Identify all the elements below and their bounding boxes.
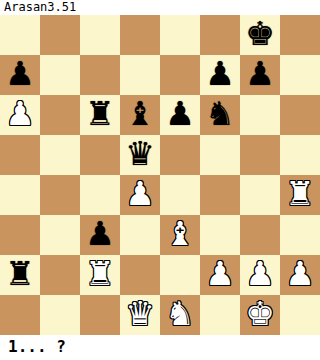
square-e6[interactable]: ♟	[160, 95, 200, 135]
black-queen[interactable]: ♛	[125, 135, 155, 174]
square-f4[interactable]	[200, 175, 240, 215]
square-a2[interactable]: ♜	[0, 255, 40, 295]
square-g2[interactable]: ♟	[240, 255, 280, 295]
square-h1[interactable]	[280, 295, 320, 335]
square-c4[interactable]	[80, 175, 120, 215]
black-pawn[interactable]: ♟	[245, 55, 275, 94]
square-h4[interactable]: ♜	[280, 175, 320, 215]
square-b8[interactable]	[40, 15, 80, 55]
square-g5[interactable]	[240, 135, 280, 175]
square-a4[interactable]	[0, 175, 40, 215]
square-a7[interactable]: ♟	[0, 55, 40, 95]
white-queen[interactable]: ♛	[125, 295, 155, 334]
white-pawn[interactable]: ♟	[205, 255, 235, 294]
square-a1[interactable]	[0, 295, 40, 335]
window-title: Arasan3.51	[0, 0, 320, 15]
black-pawn[interactable]: ♟	[205, 55, 235, 94]
square-e2[interactable]	[160, 255, 200, 295]
black-bishop[interactable]: ♝	[125, 95, 155, 134]
square-h6[interactable]	[280, 95, 320, 135]
square-g7[interactable]: ♟	[240, 55, 280, 95]
white-rook[interactable]: ♜	[285, 175, 315, 214]
white-pawn[interactable]: ♟	[125, 175, 155, 214]
square-c7[interactable]	[80, 55, 120, 95]
square-f8[interactable]	[200, 15, 240, 55]
white-knight[interactable]: ♞	[165, 295, 195, 334]
square-c1[interactable]	[80, 295, 120, 335]
square-b5[interactable]	[40, 135, 80, 175]
chess-board: ♚♟♟♟♟♜♝♟♞♛♟♜♟♝♜♜♟♟♟♛♞♚	[0, 15, 320, 335]
square-b3[interactable]	[40, 215, 80, 255]
square-e5[interactable]	[160, 135, 200, 175]
square-d2[interactable]	[120, 255, 160, 295]
square-c5[interactable]	[80, 135, 120, 175]
black-king[interactable]: ♚	[245, 15, 275, 54]
square-g4[interactable]	[240, 175, 280, 215]
square-e3[interactable]: ♝	[160, 215, 200, 255]
square-g8[interactable]: ♚	[240, 15, 280, 55]
square-d8[interactable]	[120, 15, 160, 55]
square-h7[interactable]	[280, 55, 320, 95]
square-e4[interactable]	[160, 175, 200, 215]
square-d7[interactable]	[120, 55, 160, 95]
square-d6[interactable]: ♝	[120, 95, 160, 135]
square-c6[interactable]: ♜	[80, 95, 120, 135]
square-f7[interactable]: ♟	[200, 55, 240, 95]
square-h8[interactable]	[280, 15, 320, 55]
square-f2[interactable]: ♟	[200, 255, 240, 295]
square-g6[interactable]	[240, 95, 280, 135]
white-king[interactable]: ♚	[245, 295, 275, 334]
white-pawn[interactable]: ♟	[245, 255, 275, 294]
square-g3[interactable]	[240, 215, 280, 255]
square-h3[interactable]	[280, 215, 320, 255]
black-rook[interactable]: ♜	[5, 255, 35, 294]
square-c8[interactable]	[80, 15, 120, 55]
white-bishop[interactable]: ♝	[165, 215, 195, 254]
square-d3[interactable]	[120, 215, 160, 255]
white-pawn[interactable]: ♟	[285, 255, 315, 294]
black-rook[interactable]: ♜	[85, 95, 115, 134]
square-a3[interactable]	[0, 215, 40, 255]
square-b2[interactable]	[40, 255, 80, 295]
square-b1[interactable]	[40, 295, 80, 335]
square-d1[interactable]: ♛	[120, 295, 160, 335]
square-a6[interactable]: ♟	[0, 95, 40, 135]
square-d5[interactable]: ♛	[120, 135, 160, 175]
square-h2[interactable]: ♟	[280, 255, 320, 295]
square-c3[interactable]: ♟	[80, 215, 120, 255]
square-g1[interactable]: ♚	[240, 295, 280, 335]
square-e1[interactable]: ♞	[160, 295, 200, 335]
square-f5[interactable]	[200, 135, 240, 175]
black-pawn[interactable]: ♟	[5, 55, 35, 94]
square-e8[interactable]	[160, 15, 200, 55]
square-f1[interactable]	[200, 295, 240, 335]
square-b6[interactable]	[40, 95, 80, 135]
square-e7[interactable]	[160, 55, 200, 95]
square-a5[interactable]	[0, 135, 40, 175]
white-pawn[interactable]: ♟	[5, 95, 35, 134]
square-h5[interactable]	[280, 135, 320, 175]
square-b4[interactable]	[40, 175, 80, 215]
black-pawn[interactable]: ♟	[85, 215, 115, 254]
white-rook[interactable]: ♜	[85, 255, 115, 294]
black-pawn[interactable]: ♟	[165, 95, 195, 134]
square-f3[interactable]	[200, 215, 240, 255]
move-prompt: 1... ?	[0, 335, 320, 360]
square-a8[interactable]	[0, 15, 40, 55]
square-d4[interactable]: ♟	[120, 175, 160, 215]
square-b7[interactable]	[40, 55, 80, 95]
square-c2[interactable]: ♜	[80, 255, 120, 295]
black-knight[interactable]: ♞	[205, 95, 235, 134]
square-f6[interactable]: ♞	[200, 95, 240, 135]
